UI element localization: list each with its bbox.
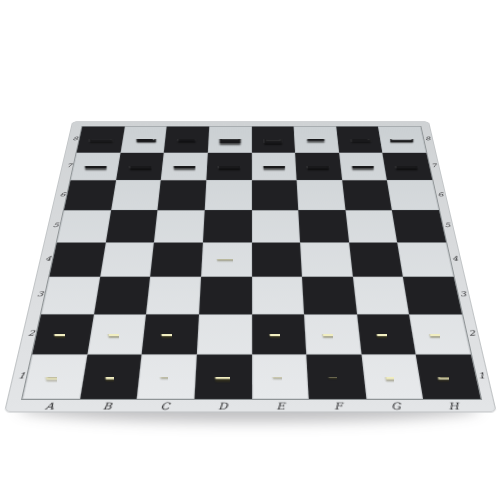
white-bishop-icon: ♝ xyxy=(322,327,349,388)
square-f4[interactable] xyxy=(300,242,352,277)
square-h4[interactable] xyxy=(397,242,453,277)
file-label-c: C xyxy=(153,401,178,412)
square-h5[interactable] xyxy=(392,210,446,242)
rank-label-left-6: 6 xyxy=(56,191,69,198)
rank-label-left-1: 1 xyxy=(13,371,29,382)
square-f1[interactable]: ♝ xyxy=(306,355,366,399)
square-b5[interactable] xyxy=(106,210,158,242)
white-rook-icon: ♜ xyxy=(434,328,462,387)
square-d1[interactable]: ♚ xyxy=(194,355,251,399)
file-label-e: E xyxy=(268,401,292,412)
square-a1[interactable]: ♜ xyxy=(22,355,87,399)
square-e7[interactable]: ♟ xyxy=(251,152,296,180)
chess-board: ♜♞♝♚♛♝♞♜♟♟♟♟♟♟♟♟♟♟♟♟♟♟♟♟♜♞♝♚♛♝♞♜ xyxy=(22,126,480,398)
square-c5[interactable] xyxy=(154,210,204,242)
square-f5[interactable] xyxy=(298,210,348,242)
white-rook-icon: ♜ xyxy=(41,328,69,387)
file-label-h: H xyxy=(441,401,467,412)
square-h7[interactable]: ♟ xyxy=(383,152,433,180)
black-pawn-icon: ♟ xyxy=(169,117,201,178)
square-h1[interactable]: ♜ xyxy=(416,355,481,399)
rank-label-left-3: 3 xyxy=(32,291,47,300)
black-pawn-icon: ♟ xyxy=(347,117,379,178)
board-mat: ♜♞♝♚♛♝♞♜♟♟♟♟♟♟♟♟♟♟♟♟♟♟♟♟♜♞♝♚♛♝♞♜ ABCDEFG… xyxy=(4,121,497,412)
square-f6[interactable] xyxy=(297,180,346,210)
file-label-b: B xyxy=(95,401,120,412)
square-g6[interactable] xyxy=(342,180,392,210)
rank-label-left-7: 7 xyxy=(63,163,76,170)
square-b1[interactable]: ♞ xyxy=(80,355,142,399)
board-3d-scene: ♜♞♝♚♛♝♞♜♟♟♟♟♟♟♟♟♟♟♟♟♟♟♟♟♜♞♝♚♛♝♞♜ ABCDEFG… xyxy=(0,0,500,500)
square-b6[interactable] xyxy=(111,180,161,210)
square-f7[interactable]: ♟ xyxy=(295,152,342,180)
square-d4[interactable]: ♟ xyxy=(201,242,252,277)
file-label-a: A xyxy=(37,401,63,412)
square-e6[interactable] xyxy=(251,180,298,210)
square-a6[interactable] xyxy=(64,180,116,210)
black-pawn-icon: ♟ xyxy=(80,117,112,178)
black-pawn-icon: ♟ xyxy=(213,117,245,178)
white-king-icon: ♚ xyxy=(207,309,239,392)
rank-label-right-1: 1 xyxy=(473,371,489,382)
rank-label-right-7: 7 xyxy=(428,163,441,170)
square-g5[interactable] xyxy=(345,210,397,242)
black-pawn-icon: ♟ xyxy=(258,117,290,178)
square-g7[interactable]: ♟ xyxy=(339,152,387,180)
white-knight-icon: ♞ xyxy=(378,328,406,387)
square-a4[interactable] xyxy=(49,242,105,277)
product-photo-stage: ♜♞♝♚♛♝♞♜♟♟♟♟♟♟♟♟♟♟♟♟♟♟♟♟♜♞♝♚♛♝♞♜ ABCDEFG… xyxy=(0,0,500,500)
square-d6[interactable] xyxy=(205,180,252,210)
square-e5[interactable] xyxy=(251,210,300,242)
black-pawn-icon: ♟ xyxy=(391,117,423,178)
white-pawn-icon: ♟ xyxy=(212,215,241,270)
rank-label-right-8: 8 xyxy=(422,136,434,142)
square-g1[interactable]: ♞ xyxy=(361,355,423,399)
white-queen-icon: ♛ xyxy=(265,318,294,390)
rank-label-right-6: 6 xyxy=(434,191,447,198)
square-c7[interactable]: ♟ xyxy=(161,152,208,180)
file-label-f: F xyxy=(326,401,351,412)
square-h6[interactable] xyxy=(387,180,439,210)
white-knight-icon: ♞ xyxy=(97,328,125,387)
white-bishop-icon: ♝ xyxy=(154,327,181,388)
square-b4[interactable] xyxy=(100,242,154,277)
square-c1[interactable]: ♝ xyxy=(137,355,197,399)
square-a5[interactable] xyxy=(57,210,111,242)
square-g4[interactable] xyxy=(349,242,403,277)
square-a7[interactable]: ♟ xyxy=(70,152,120,180)
file-label-g: G xyxy=(383,401,408,412)
square-c6[interactable] xyxy=(158,180,207,210)
square-e4[interactable] xyxy=(252,242,303,277)
square-e1[interactable]: ♛ xyxy=(252,355,309,399)
square-d7[interactable]: ♟ xyxy=(206,152,251,180)
square-b7[interactable]: ♟ xyxy=(116,152,164,180)
black-pawn-icon: ♟ xyxy=(124,117,156,178)
black-pawn-icon: ♟ xyxy=(302,117,334,178)
square-c4[interactable] xyxy=(150,242,202,277)
rank-label-right-3: 3 xyxy=(456,291,471,300)
file-label-d: D xyxy=(211,401,235,412)
